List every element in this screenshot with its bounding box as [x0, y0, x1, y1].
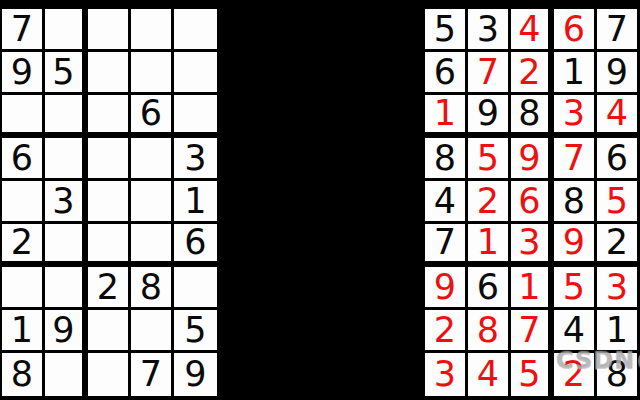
cell-r6c1: 7: [425, 224, 468, 267]
cell-r1c5: 7: [597, 9, 640, 52]
cell-r7c5: 3: [597, 267, 640, 310]
cell-r4c6: [45, 138, 88, 181]
cell-r2c6: 5: [45, 52, 88, 95]
cell-r3c2: 9: [468, 95, 511, 138]
cell-r5c2: 2: [468, 181, 511, 224]
cell-r6c7: [88, 224, 131, 267]
cell-r3c5: [2, 95, 45, 138]
cell-r1c9: [174, 9, 217, 52]
cell-r8c6: 9: [45, 310, 88, 353]
sudoku-diagram: 537619598686348317266284195879 534678912…: [0, 0, 640, 400]
watermark: CSDN: [556, 347, 640, 375]
cell-r1c3: 4: [511, 9, 554, 52]
cell-r1c5: 7: [2, 9, 45, 52]
cell-r2c2: 7: [468, 52, 511, 95]
cell-r3c1: 1: [425, 95, 468, 138]
puzzle-grid-viewport: 537619598686348317266284195879: [0, 5, 219, 400]
cell-r1c7: [88, 9, 131, 52]
cell-r7c7: 2: [88, 267, 131, 310]
cell-r3c6: [45, 95, 88, 138]
cell-r4c5: 6: [2, 138, 45, 181]
cell-r4c7: [88, 138, 131, 181]
cell-r4c8: [131, 138, 174, 181]
cell-r8c1: 2: [425, 310, 468, 353]
cell-r5c7: [88, 181, 131, 224]
cell-r9c5: 8: [2, 353, 45, 396]
cell-r9c2: 4: [468, 353, 511, 396]
cell-r9c9: 9: [174, 353, 217, 396]
cell-r5c3: 6: [511, 181, 554, 224]
cell-r7c6: [45, 267, 88, 310]
cell-r3c8: 6: [131, 95, 174, 138]
cell-r8c3: 7: [511, 310, 554, 353]
cell-r5c8: [131, 181, 174, 224]
cell-r5c9: 1: [174, 181, 217, 224]
cell-r4c1: 8: [425, 138, 468, 181]
cell-r7c8: 8: [131, 267, 174, 310]
cell-r3c7: [88, 95, 131, 138]
cell-r6c8: [131, 224, 174, 267]
sudoku-solution-grid: 5346789126721953481983425678597614234268…: [421, 5, 640, 400]
cell-r3c9: [174, 95, 217, 138]
cell-r4c2: 5: [468, 138, 511, 181]
cell-r1c6: [45, 9, 88, 52]
cell-r6c5: 2: [2, 224, 45, 267]
cell-r2c8: [131, 52, 174, 95]
cell-r9c3: 5: [511, 353, 554, 396]
cell-r3c5: 4: [597, 95, 640, 138]
cell-r7c9: [174, 267, 217, 310]
cell-r6c5: 2: [597, 224, 640, 267]
cell-r3c4: 3: [554, 95, 597, 138]
cell-r9c6: [45, 353, 88, 396]
cell-r5c4: 8: [554, 181, 597, 224]
cell-r1c1: 5: [425, 9, 468, 52]
cell-r1c4: 6: [554, 9, 597, 52]
cell-r5c1: 4: [425, 181, 468, 224]
cell-r2c3: 2: [511, 52, 554, 95]
sudoku-puzzle-grid: 537619598686348317266284195879: [0, 5, 219, 400]
watermark-text: CSDN: [556, 347, 635, 375]
cell-r7c1: 9: [425, 267, 468, 310]
cell-r8c2: 8: [468, 310, 511, 353]
cell-r6c9: 6: [174, 224, 217, 267]
cell-r5c5: 5: [597, 181, 640, 224]
cell-r6c6: [45, 224, 88, 267]
cell-r2c5: 9: [2, 52, 45, 95]
cell-r9c8: 7: [131, 353, 174, 396]
cell-r3c3: 8: [511, 95, 554, 138]
cell-r8c8: [131, 310, 174, 353]
cell-r5c6: 3: [45, 181, 88, 224]
cell-r8c7: [88, 310, 131, 353]
cell-r2c7: [88, 52, 131, 95]
cell-r7c4: 5: [554, 267, 597, 310]
cell-r9c1: 3: [425, 353, 468, 396]
cell-r7c2: 6: [468, 267, 511, 310]
solution-grid-viewport: 5346789126721953481983425678597614234268…: [421, 5, 640, 400]
cell-r7c3: 1: [511, 267, 554, 310]
cell-r2c5: 9: [597, 52, 640, 95]
cell-r4c4: 7: [554, 138, 597, 181]
cell-r1c8: [131, 9, 174, 52]
cell-r4c9: 3: [174, 138, 217, 181]
cell-r4c5: 6: [597, 138, 640, 181]
cell-r6c4: 9: [554, 224, 597, 267]
cell-r6c3: 3: [511, 224, 554, 267]
cell-r9c7: [88, 353, 131, 396]
cell-r4c3: 9: [511, 138, 554, 181]
cell-r2c4: 1: [554, 52, 597, 95]
cell-r5c5: [2, 181, 45, 224]
cell-r8c9: 5: [174, 310, 217, 353]
cell-r1c2: 3: [468, 9, 511, 52]
cell-r8c5: 1: [2, 310, 45, 353]
cell-r7c5: [2, 267, 45, 310]
cell-r2c1: 6: [425, 52, 468, 95]
cell-r2c9: [174, 52, 217, 95]
cell-r6c2: 1: [468, 224, 511, 267]
